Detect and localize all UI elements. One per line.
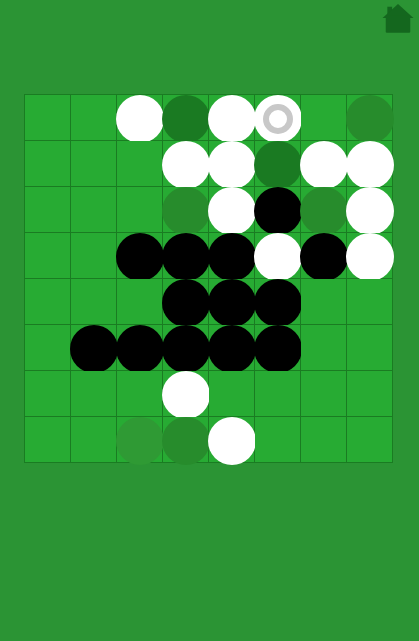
cell-r5c7[interactable] [301,279,346,324]
cell-r2c1[interactable] [25,141,70,186]
cell-r7c4[interactable] [163,371,208,416]
cell-r4c4[interactable] [163,233,208,278]
black-disc [208,233,256,281]
white-disc [346,141,394,189]
cell-r2c8[interactable] [347,141,392,186]
app-background [0,0,419,641]
cell-r4c6[interactable] [255,233,300,278]
cell-r6c5[interactable] [209,325,254,370]
black-disc [70,325,118,373]
cell-r1c1[interactable] [25,95,70,140]
cell-r7c2[interactable] [71,371,116,416]
cell-r5c3[interactable] [117,279,162,324]
cell-r3c6[interactable] [255,187,300,232]
cell-r4c5[interactable] [209,233,254,278]
cell-r8c5[interactable] [209,417,254,462]
cell-r2c4[interactable] [163,141,208,186]
cell-r4c2[interactable] [71,233,116,278]
cell-r1c3[interactable] [117,95,162,140]
cell-r7c8[interactable] [347,371,392,416]
black-disc [208,325,256,373]
last-move-ring [263,104,293,134]
hint-disc-faint [116,417,164,465]
board [24,94,393,463]
hint-disc-medium [162,187,210,235]
hint-disc-dark [254,141,302,189]
white-disc [208,417,256,465]
white-disc [346,187,394,235]
cell-r2c6[interactable] [255,141,300,186]
black-disc [116,325,164,373]
hint-disc-dark [162,95,210,143]
black-disc [208,279,256,327]
cell-r2c3[interactable] [117,141,162,186]
cell-r2c2[interactable] [71,141,116,186]
cell-r3c3[interactable] [117,187,162,232]
cell-r5c4[interactable] [163,279,208,324]
cell-r5c8[interactable] [347,279,392,324]
cell-r2c7[interactable] [301,141,346,186]
cell-r8c8[interactable] [347,417,392,462]
cell-r8c2[interactable] [71,417,116,462]
cell-r1c7[interactable] [301,95,346,140]
black-disc [254,325,302,373]
cell-r5c1[interactable] [25,279,70,324]
cell-r8c1[interactable] [25,417,70,462]
cell-r5c5[interactable] [209,279,254,324]
cell-r8c3[interactable] [117,417,162,462]
cell-r4c8[interactable] [347,233,392,278]
cell-r4c1[interactable] [25,233,70,278]
cell-r5c2[interactable] [71,279,116,324]
hint-disc-medium [346,95,394,143]
white-disc [162,371,210,419]
white-disc [254,233,302,281]
black-disc [162,233,210,281]
cell-r3c8[interactable] [347,187,392,232]
cell-r7c1[interactable] [25,371,70,416]
cell-r7c3[interactable] [117,371,162,416]
cell-r6c8[interactable] [347,325,392,370]
cell-r1c5[interactable] [209,95,254,140]
white-disc [300,141,348,189]
white-disc [162,141,210,189]
cell-r2c5[interactable] [209,141,254,186]
cell-r3c4[interactable] [163,187,208,232]
cell-r7c5[interactable] [209,371,254,416]
cell-r4c7[interactable] [301,233,346,278]
hint-disc-medium [300,187,348,235]
white-disc [208,95,256,143]
cell-r6c7[interactable] [301,325,346,370]
cell-r6c2[interactable] [71,325,116,370]
cell-r3c5[interactable] [209,187,254,232]
cell-r8c7[interactable] [301,417,346,462]
cell-r3c2[interactable] [71,187,116,232]
white-disc [208,187,256,235]
black-disc [116,233,164,281]
home-button[interactable] [380,2,416,36]
cell-r8c4[interactable] [163,417,208,462]
cell-r6c6[interactable] [255,325,300,370]
cell-r4c3[interactable] [117,233,162,278]
black-disc [162,325,210,373]
white-disc [208,141,256,189]
white-disc [116,95,164,143]
white-disc [346,233,394,281]
hint-disc-medium [162,417,210,465]
cell-r1c6[interactable] [255,95,300,140]
cell-r1c2[interactable] [71,95,116,140]
black-disc [254,187,302,235]
cell-r7c6[interactable] [255,371,300,416]
cell-r3c7[interactable] [301,187,346,232]
cell-r8c6[interactable] [255,417,300,462]
home-icon [382,4,414,34]
cell-r6c1[interactable] [25,325,70,370]
cell-r1c4[interactable] [163,95,208,140]
cell-r3c1[interactable] [25,187,70,232]
cell-r5c6[interactable] [255,279,300,324]
black-disc [162,279,210,327]
cell-r6c3[interactable] [117,325,162,370]
cell-r1c8[interactable] [347,95,392,140]
cell-r7c7[interactable] [301,371,346,416]
cell-r6c4[interactable] [163,325,208,370]
last-move-white-disc [254,95,302,143]
black-disc [254,279,302,327]
black-disc [300,233,348,281]
